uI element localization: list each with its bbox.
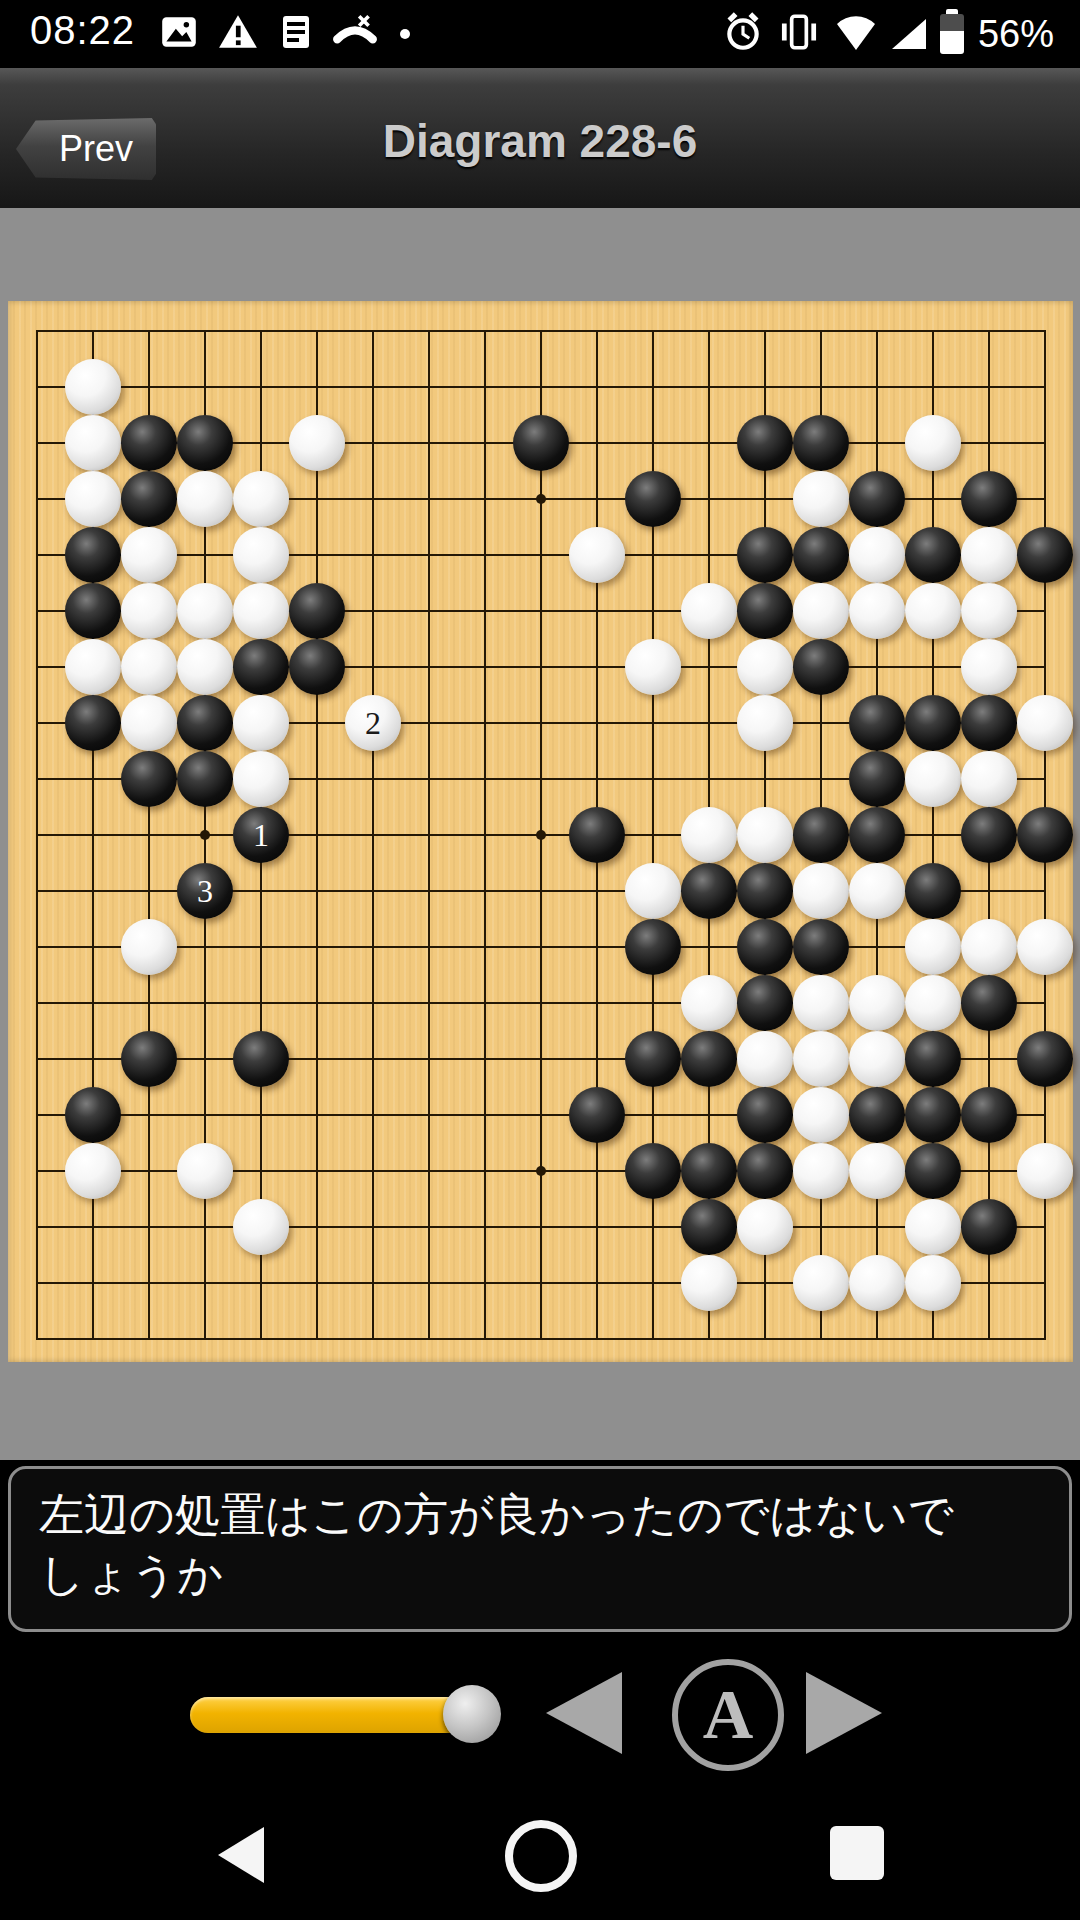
board-background: 213 bbox=[0, 208, 1080, 1460]
white-stone bbox=[905, 975, 961, 1031]
white-stone bbox=[849, 1255, 905, 1311]
black-stone bbox=[961, 471, 1017, 527]
white-stone bbox=[961, 919, 1017, 975]
annotation-button[interactable]: A bbox=[672, 1659, 784, 1771]
black-stone bbox=[737, 415, 793, 471]
black-stone bbox=[793, 415, 849, 471]
white-stone bbox=[961, 583, 1017, 639]
white-stone bbox=[737, 695, 793, 751]
white-stone bbox=[849, 583, 905, 639]
black-stone bbox=[65, 583, 121, 639]
white-stone bbox=[233, 1199, 289, 1255]
black-stone bbox=[737, 527, 793, 583]
black-stone bbox=[737, 1087, 793, 1143]
white-stone bbox=[177, 583, 233, 639]
white-stone bbox=[233, 751, 289, 807]
black-stone bbox=[793, 639, 849, 695]
black-stone bbox=[793, 919, 849, 975]
black-stone bbox=[625, 471, 681, 527]
status-left-icons bbox=[158, 12, 410, 56]
star-point bbox=[536, 1166, 546, 1176]
list-icon bbox=[276, 11, 316, 57]
white-stone bbox=[121, 695, 177, 751]
white-stone bbox=[793, 1031, 849, 1087]
white-stone bbox=[849, 527, 905, 583]
white-stone bbox=[177, 639, 233, 695]
black-stone bbox=[905, 1143, 961, 1199]
white-stone bbox=[905, 919, 961, 975]
black-stone bbox=[65, 695, 121, 751]
black-stone bbox=[737, 975, 793, 1031]
black-stone bbox=[121, 471, 177, 527]
black-stone bbox=[625, 919, 681, 975]
white-stone bbox=[905, 583, 961, 639]
white-stone bbox=[233, 695, 289, 751]
notification-dot bbox=[400, 29, 410, 39]
white-stone bbox=[65, 471, 121, 527]
vibrate-icon bbox=[778, 10, 820, 58]
star-point bbox=[200, 830, 210, 840]
playback-controls: A bbox=[0, 1630, 1080, 1790]
star-point bbox=[536, 830, 546, 840]
white-stone bbox=[65, 1143, 121, 1199]
black-stone bbox=[681, 863, 737, 919]
black-stone bbox=[905, 695, 961, 751]
back-button[interactable] bbox=[218, 1827, 264, 1883]
white-stone bbox=[681, 583, 737, 639]
time-text: 08:22 bbox=[30, 8, 135, 53]
black-stone bbox=[905, 527, 961, 583]
white-stone bbox=[905, 1199, 961, 1255]
white-stone bbox=[681, 807, 737, 863]
black-stone bbox=[961, 807, 1017, 863]
white-stone bbox=[625, 863, 681, 919]
black-stone bbox=[177, 415, 233, 471]
black-stone bbox=[849, 751, 905, 807]
black-stone bbox=[1017, 1031, 1073, 1087]
black-stone bbox=[625, 1031, 681, 1087]
white-stone bbox=[681, 1255, 737, 1311]
black-stone bbox=[793, 807, 849, 863]
white-stone bbox=[849, 975, 905, 1031]
black-stone bbox=[569, 807, 625, 863]
white-stone bbox=[793, 1087, 849, 1143]
black-stone: 1 bbox=[233, 807, 289, 863]
white-stone bbox=[905, 415, 961, 471]
black-stone bbox=[905, 1031, 961, 1087]
black-stone bbox=[681, 1199, 737, 1255]
black-stone bbox=[569, 1087, 625, 1143]
white-stone bbox=[737, 1031, 793, 1087]
battery-percent-text: 56% bbox=[978, 13, 1054, 56]
black-stone bbox=[961, 1199, 1017, 1255]
white-stone bbox=[625, 639, 681, 695]
stone-label: 2 bbox=[365, 707, 381, 739]
battery-icon bbox=[940, 14, 964, 54]
black-stone bbox=[121, 415, 177, 471]
white-stone bbox=[121, 527, 177, 583]
white-stone bbox=[121, 639, 177, 695]
white-stone bbox=[65, 415, 121, 471]
white-stone bbox=[1017, 695, 1073, 751]
page-title: Diagram 228-6 bbox=[0, 114, 1080, 168]
black-stone bbox=[681, 1031, 737, 1087]
stone-label: 3 bbox=[197, 875, 213, 907]
white-stone bbox=[793, 975, 849, 1031]
black-stone bbox=[233, 639, 289, 695]
black-stone bbox=[737, 583, 793, 639]
signal-icon bbox=[892, 19, 926, 49]
status-right-icons: 56% bbox=[722, 10, 1054, 58]
white-stone bbox=[1017, 1143, 1073, 1199]
white-stone bbox=[681, 975, 737, 1031]
annotation-letter: A bbox=[703, 1675, 754, 1755]
white-stone bbox=[737, 1199, 793, 1255]
white-stone bbox=[961, 527, 1017, 583]
white-stone bbox=[121, 919, 177, 975]
white-stone bbox=[737, 639, 793, 695]
black-stone bbox=[961, 975, 1017, 1031]
white-stone bbox=[849, 863, 905, 919]
white-stone bbox=[961, 639, 1017, 695]
home-button[interactable] bbox=[505, 1820, 577, 1892]
black-stone bbox=[289, 583, 345, 639]
title-bar: Prev Diagram 228-6 bbox=[0, 66, 1080, 213]
black-stone bbox=[681, 1143, 737, 1199]
white-stone bbox=[177, 1143, 233, 1199]
alarm-icon bbox=[722, 10, 764, 58]
nav-bar bbox=[0, 1790, 1080, 1920]
white-stone bbox=[65, 639, 121, 695]
white-stone bbox=[233, 471, 289, 527]
black-stone bbox=[289, 639, 345, 695]
black-stone bbox=[65, 527, 121, 583]
caption-box: 左辺の処置はこの方が良かったのではないで しょうか bbox=[8, 1466, 1072, 1632]
black-stone: 3 bbox=[177, 863, 233, 919]
black-stone bbox=[905, 863, 961, 919]
caption-text-line2: しょうか bbox=[39, 1545, 1041, 1605]
white-stone bbox=[793, 1143, 849, 1199]
white-stone bbox=[961, 751, 1017, 807]
white-stone bbox=[793, 471, 849, 527]
black-stone bbox=[121, 751, 177, 807]
status-bar: 08:22 56% bbox=[0, 0, 1080, 66]
black-stone bbox=[1017, 527, 1073, 583]
photo-icon bbox=[158, 11, 200, 57]
white-stone bbox=[793, 1255, 849, 1311]
white-stone bbox=[905, 751, 961, 807]
white-stone bbox=[793, 863, 849, 919]
black-stone bbox=[737, 1143, 793, 1199]
white-stone bbox=[737, 807, 793, 863]
slider-thumb[interactable] bbox=[443, 1685, 501, 1743]
black-stone bbox=[849, 1087, 905, 1143]
white-stone bbox=[849, 1143, 905, 1199]
missed-call-icon bbox=[332, 11, 378, 57]
black-stone bbox=[849, 695, 905, 751]
black-stone bbox=[1017, 807, 1073, 863]
next-move-button[interactable] bbox=[806, 1672, 882, 1754]
white-stone bbox=[905, 1255, 961, 1311]
caption-text-line1: 左辺の処置はこの方が良かったのではないで bbox=[39, 1485, 1041, 1545]
white-stone bbox=[233, 527, 289, 583]
board-grid: 213 bbox=[36, 330, 1046, 1340]
white-stone bbox=[849, 1031, 905, 1087]
white-stone bbox=[1017, 919, 1073, 975]
black-stone bbox=[177, 751, 233, 807]
go-board[interactable]: 213 bbox=[8, 301, 1073, 1362]
progress-slider[interactable] bbox=[190, 1697, 490, 1733]
black-stone bbox=[737, 919, 793, 975]
black-stone bbox=[233, 1031, 289, 1087]
black-stone bbox=[513, 415, 569, 471]
white-stone bbox=[177, 471, 233, 527]
wifi-icon bbox=[834, 10, 878, 58]
star-point bbox=[536, 494, 546, 504]
stone-label: 1 bbox=[253, 819, 269, 851]
black-stone bbox=[737, 863, 793, 919]
app-screen: 08:22 56% Prev Diagram 228-6 213 左辺の処置は bbox=[0, 0, 1080, 1920]
black-stone bbox=[961, 695, 1017, 751]
bottom-panel: 左辺の処置はこの方が良かったのではないで しょうか A bbox=[0, 1460, 1080, 1920]
white-stone bbox=[65, 359, 121, 415]
white-stone bbox=[793, 583, 849, 639]
black-stone bbox=[65, 1087, 121, 1143]
warning-icon bbox=[216, 11, 260, 57]
black-stone bbox=[961, 1087, 1017, 1143]
white-stone bbox=[289, 415, 345, 471]
recents-button[interactable] bbox=[830, 1826, 884, 1880]
previous-move-button[interactable] bbox=[546, 1672, 622, 1754]
black-stone bbox=[849, 807, 905, 863]
black-stone bbox=[121, 1031, 177, 1087]
black-stone bbox=[793, 527, 849, 583]
black-stone bbox=[177, 695, 233, 751]
white-stone bbox=[121, 583, 177, 639]
white-stone bbox=[569, 527, 625, 583]
black-stone bbox=[905, 1087, 961, 1143]
black-stone bbox=[625, 1143, 681, 1199]
white-stone: 2 bbox=[345, 695, 401, 751]
black-stone bbox=[849, 471, 905, 527]
white-stone bbox=[233, 583, 289, 639]
